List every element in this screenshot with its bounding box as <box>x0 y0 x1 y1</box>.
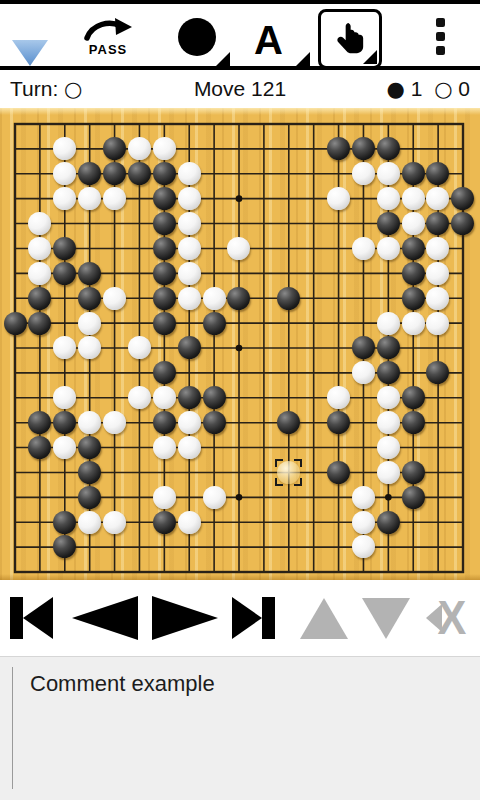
board-cell[interactable] <box>326 385 351 410</box>
board-cell[interactable] <box>450 186 475 211</box>
board-cell[interactable] <box>351 286 376 311</box>
board-cell[interactable] <box>127 360 152 385</box>
board-cell[interactable] <box>376 136 401 161</box>
board-cell[interactable] <box>401 311 426 336</box>
board-cell[interactable] <box>376 236 401 261</box>
board-cell[interactable] <box>251 435 276 460</box>
board-cell[interactable] <box>52 485 77 510</box>
board-cell[interactable] <box>202 112 227 137</box>
board-cell[interactable] <box>27 136 52 161</box>
board-cell[interactable] <box>152 534 177 559</box>
board-cell[interactable] <box>52 161 77 186</box>
board-cell[interactable] <box>425 211 450 236</box>
board-cell[interactable] <box>326 261 351 286</box>
board-cell[interactable] <box>127 236 152 261</box>
board-cell[interactable] <box>251 385 276 410</box>
board-cell[interactable] <box>102 136 127 161</box>
board-cell[interactable] <box>376 360 401 385</box>
board-cell[interactable] <box>376 261 401 286</box>
board-cell[interactable] <box>77 112 102 137</box>
board-cell[interactable] <box>102 510 127 535</box>
board-cell[interactable] <box>127 410 152 435</box>
go-board[interactable] <box>0 108 480 580</box>
board-cell[interactable] <box>450 460 475 485</box>
board-cell[interactable] <box>127 335 152 360</box>
board-cell[interactable] <box>425 485 450 510</box>
board-cell[interactable] <box>127 261 152 286</box>
board-cell[interactable] <box>177 435 202 460</box>
board-cell[interactable] <box>52 385 77 410</box>
board-cell[interactable] <box>27 186 52 211</box>
board-cell[interactable] <box>177 335 202 360</box>
board-cell[interactable] <box>152 186 177 211</box>
board-cell[interactable] <box>276 211 301 236</box>
board-cell[interactable] <box>177 534 202 559</box>
board-cell[interactable] <box>177 410 202 435</box>
board-cell[interactable] <box>27 485 52 510</box>
board-cell[interactable] <box>102 385 127 410</box>
board-cell[interactable] <box>376 286 401 311</box>
board-cell[interactable] <box>351 311 376 336</box>
board-cell[interactable] <box>301 485 326 510</box>
board-cell[interactable] <box>376 112 401 137</box>
board-cell[interactable] <box>202 286 227 311</box>
board-cell[interactable] <box>301 385 326 410</box>
board-cell[interactable] <box>401 534 426 559</box>
board-cell[interactable] <box>3 186 28 211</box>
board-cell[interactable] <box>52 410 77 435</box>
board-cell[interactable] <box>177 485 202 510</box>
board-cell[interactable] <box>301 211 326 236</box>
board-cell[interactable] <box>450 485 475 510</box>
board-cell[interactable] <box>102 360 127 385</box>
board-cell[interactable] <box>27 236 52 261</box>
board-cell[interactable] <box>226 534 251 559</box>
board-cell[interactable] <box>351 510 376 535</box>
board-cell[interactable] <box>226 435 251 460</box>
board-cell[interactable] <box>301 311 326 336</box>
board-cell[interactable] <box>251 534 276 559</box>
board-cell[interactable] <box>3 211 28 236</box>
comment-scrollbar[interactable] <box>12 667 13 789</box>
board-cell[interactable] <box>52 335 77 360</box>
board-cell[interactable] <box>251 286 276 311</box>
board-cell[interactable] <box>202 510 227 535</box>
board-cell[interactable] <box>276 410 301 435</box>
board-cell[interactable] <box>127 510 152 535</box>
board-cell[interactable] <box>326 485 351 510</box>
board-cell[interactable] <box>276 534 301 559</box>
board-cell[interactable] <box>251 186 276 211</box>
board-cell[interactable] <box>177 261 202 286</box>
board-cell[interactable] <box>102 460 127 485</box>
board-cell[interactable] <box>425 360 450 385</box>
board-cell[interactable] <box>202 211 227 236</box>
board-cell[interactable] <box>3 161 28 186</box>
board-cell[interactable] <box>52 311 77 336</box>
board-cell[interactable] <box>177 385 202 410</box>
board-cell[interactable] <box>27 112 52 137</box>
board-cell[interactable] <box>376 485 401 510</box>
board-cell[interactable] <box>3 460 28 485</box>
board-cell[interactable] <box>450 112 475 137</box>
board-cell[interactable] <box>3 410 28 435</box>
board-cell[interactable] <box>351 410 376 435</box>
board-cell[interactable] <box>77 335 102 360</box>
board-cell[interactable] <box>425 261 450 286</box>
board-cell[interactable] <box>152 435 177 460</box>
previous-move-button[interactable] <box>72 596 138 640</box>
board-cell[interactable] <box>450 360 475 385</box>
board-cell[interactable] <box>27 161 52 186</box>
board-cell[interactable] <box>177 360 202 385</box>
board-cell[interactable] <box>351 211 376 236</box>
board-cell[interactable] <box>351 485 376 510</box>
board-cell[interactable] <box>376 311 401 336</box>
board-cell[interactable] <box>251 136 276 161</box>
board-cell[interactable] <box>301 410 326 435</box>
board-cell[interactable] <box>450 385 475 410</box>
board-cell[interactable] <box>202 485 227 510</box>
play-tool-button-selected[interactable] <box>318 9 382 69</box>
board-cell[interactable] <box>376 335 401 360</box>
board-cell[interactable] <box>301 510 326 535</box>
board-cell[interactable] <box>27 435 52 460</box>
board-cell[interactable] <box>251 460 276 485</box>
board-cell[interactable] <box>276 286 301 311</box>
board-cell[interactable] <box>177 311 202 336</box>
board-cell[interactable] <box>425 335 450 360</box>
board-cell[interactable] <box>276 136 301 161</box>
board-cell[interactable] <box>251 510 276 535</box>
board-cell[interactable] <box>450 311 475 336</box>
board-cell[interactable] <box>152 211 177 236</box>
board-cell[interactable] <box>226 161 251 186</box>
board-cell[interactable] <box>226 186 251 211</box>
board-cell[interactable] <box>425 410 450 435</box>
board-cell[interactable] <box>251 360 276 385</box>
board-cell[interactable] <box>276 161 301 186</box>
board-cell[interactable] <box>3 534 28 559</box>
board-cell[interactable] <box>351 435 376 460</box>
board-cell[interactable] <box>276 460 301 485</box>
board-cell[interactable] <box>127 311 152 336</box>
board-cell[interactable] <box>102 186 127 211</box>
board-cell[interactable] <box>226 311 251 336</box>
board-cell[interactable] <box>3 435 28 460</box>
board-cell[interactable] <box>102 435 127 460</box>
comment-field[interactable]: Comment example <box>0 656 480 800</box>
board-cell[interactable] <box>326 311 351 336</box>
board-cell[interactable] <box>127 161 152 186</box>
board-cell[interactable] <box>152 460 177 485</box>
board-cell[interactable] <box>251 261 276 286</box>
board-cell[interactable] <box>401 510 426 535</box>
board-cell[interactable] <box>425 510 450 535</box>
board-cell[interactable] <box>401 236 426 261</box>
board-cell[interactable] <box>27 534 52 559</box>
board-cell[interactable] <box>152 161 177 186</box>
board-cell[interactable] <box>450 161 475 186</box>
board-cell[interactable] <box>301 186 326 211</box>
board-cell[interactable] <box>77 136 102 161</box>
board-cell[interactable] <box>276 385 301 410</box>
board-cell[interactable] <box>177 186 202 211</box>
board-cell[interactable] <box>3 261 28 286</box>
board-cell[interactable] <box>450 534 475 559</box>
board-cell[interactable] <box>376 460 401 485</box>
board-cell[interactable] <box>376 534 401 559</box>
board-cell[interactable] <box>351 112 376 137</box>
board-cell[interactable] <box>52 460 77 485</box>
board-cell[interactable] <box>3 112 28 137</box>
board-cell[interactable] <box>251 335 276 360</box>
board-cell[interactable] <box>77 485 102 510</box>
board-cell[interactable] <box>127 211 152 236</box>
board-cell[interactable] <box>177 161 202 186</box>
board-cell[interactable] <box>450 286 475 311</box>
board-cell[interactable] <box>425 112 450 137</box>
board-cell[interactable] <box>301 286 326 311</box>
board-cell[interactable] <box>77 410 102 435</box>
board-cell[interactable] <box>401 286 426 311</box>
board-cell[interactable] <box>276 510 301 535</box>
board-cell[interactable] <box>202 360 227 385</box>
board-cell[interactable] <box>27 410 52 435</box>
board-cell[interactable] <box>77 186 102 211</box>
board-cell[interactable] <box>77 510 102 535</box>
board-cell[interactable] <box>152 410 177 435</box>
board-cell[interactable] <box>52 261 77 286</box>
delete-move-button[interactable]: X <box>426 596 468 640</box>
last-move-button[interactable] <box>232 596 275 640</box>
board-cell[interactable] <box>425 236 450 261</box>
board-cell[interactable] <box>450 211 475 236</box>
board-cell[interactable] <box>152 112 177 137</box>
board-cell[interactable] <box>401 112 426 137</box>
board-cell[interactable] <box>425 385 450 410</box>
board-cell[interactable] <box>177 236 202 261</box>
board-cell[interactable] <box>276 186 301 211</box>
board-cell[interactable] <box>3 485 28 510</box>
board-cell[interactable] <box>226 510 251 535</box>
board-cell[interactable] <box>326 161 351 186</box>
label-tool-button[interactable]: A <box>250 10 312 68</box>
board-cell[interactable] <box>226 136 251 161</box>
board-cell[interactable] <box>326 211 351 236</box>
board-cell[interactable] <box>301 534 326 559</box>
board-cell[interactable] <box>276 435 301 460</box>
board-cell[interactable] <box>450 510 475 535</box>
board-cell[interactable] <box>177 211 202 236</box>
board-cell[interactable] <box>251 236 276 261</box>
board-cell[interactable] <box>251 161 276 186</box>
board-cell[interactable] <box>450 261 475 286</box>
board-cell[interactable] <box>27 360 52 385</box>
board-cell[interactable] <box>376 211 401 236</box>
board-cell[interactable] <box>276 112 301 137</box>
board-cell[interactable] <box>425 435 450 460</box>
board-cell[interactable] <box>376 410 401 435</box>
board-cell[interactable] <box>152 261 177 286</box>
board-cell[interactable] <box>3 360 28 385</box>
board-cell[interactable] <box>326 410 351 435</box>
board-cell[interactable] <box>301 335 326 360</box>
board-cell[interactable] <box>202 385 227 410</box>
board-cell[interactable] <box>27 460 52 485</box>
board-cell[interactable] <box>226 460 251 485</box>
board-cell[interactable] <box>301 460 326 485</box>
board-cell[interactable] <box>77 360 102 385</box>
board-cell[interactable] <box>251 410 276 435</box>
board-cell[interactable] <box>401 385 426 410</box>
board-cell[interactable] <box>226 410 251 435</box>
board-cell[interactable] <box>226 286 251 311</box>
board-cell[interactable] <box>177 136 202 161</box>
board-cell[interactable] <box>3 236 28 261</box>
board-cell[interactable] <box>276 485 301 510</box>
board-cell[interactable] <box>401 485 426 510</box>
board-cell[interactable] <box>102 485 127 510</box>
board-cell[interactable] <box>77 534 102 559</box>
board-cell[interactable] <box>102 311 127 336</box>
board-cell[interactable] <box>376 510 401 535</box>
board-cell[interactable] <box>3 286 28 311</box>
board-cell[interactable] <box>326 286 351 311</box>
board-cell[interactable] <box>450 335 475 360</box>
board-cell[interactable] <box>52 360 77 385</box>
board-cell[interactable] <box>326 136 351 161</box>
board-cell[interactable] <box>27 211 52 236</box>
board-cell[interactable] <box>202 410 227 435</box>
collapse-toolbar-icon[interactable] <box>12 40 48 66</box>
board-cell[interactable] <box>127 186 152 211</box>
board-cell[interactable] <box>276 236 301 261</box>
board-cell[interactable] <box>401 360 426 385</box>
board-cell[interactable] <box>152 385 177 410</box>
board-cell[interactable] <box>3 510 28 535</box>
board-cell[interactable] <box>351 236 376 261</box>
board-cell[interactable] <box>226 112 251 137</box>
board-cell[interactable] <box>27 261 52 286</box>
board-cell[interactable] <box>326 186 351 211</box>
board-cell[interactable] <box>202 460 227 485</box>
board-cell[interactable] <box>102 335 127 360</box>
board-cell[interactable] <box>251 112 276 137</box>
board-cell[interactable] <box>326 534 351 559</box>
board-cell[interactable] <box>102 236 127 261</box>
board-cell[interactable] <box>52 112 77 137</box>
board-cell[interactable] <box>202 311 227 336</box>
board-cell[interactable] <box>425 460 450 485</box>
board-cell[interactable] <box>351 186 376 211</box>
board-cell[interactable] <box>102 112 127 137</box>
board-cell[interactable] <box>326 335 351 360</box>
board-cell[interactable] <box>301 435 326 460</box>
board-cell[interactable] <box>450 236 475 261</box>
board-cell[interactable] <box>77 435 102 460</box>
board-cell[interactable] <box>276 335 301 360</box>
board-cell[interactable] <box>276 311 301 336</box>
board-cell[interactable] <box>152 136 177 161</box>
board-cell[interactable] <box>425 161 450 186</box>
board-cell[interactable] <box>52 510 77 535</box>
board-cell[interactable] <box>351 460 376 485</box>
board-cell[interactable] <box>401 136 426 161</box>
board-cell[interactable] <box>301 236 326 261</box>
board-cell[interactable] <box>276 360 301 385</box>
board-cell[interactable] <box>226 261 251 286</box>
board-cell[interactable] <box>127 435 152 460</box>
board-cell[interactable] <box>202 236 227 261</box>
board-cell[interactable] <box>177 286 202 311</box>
board-cell[interactable] <box>202 136 227 161</box>
board-cell[interactable] <box>301 112 326 137</box>
pass-button[interactable]: PASS <box>78 16 138 64</box>
board-cell[interactable] <box>77 236 102 261</box>
board-cell[interactable] <box>52 236 77 261</box>
variation-down-button[interactable] <box>362 596 410 640</box>
board-cell[interactable] <box>202 335 227 360</box>
board-cell[interactable] <box>301 261 326 286</box>
board-cell[interactable] <box>401 161 426 186</box>
board-cell[interactable] <box>152 311 177 336</box>
board-cell[interactable] <box>251 211 276 236</box>
board-cell[interactable] <box>226 385 251 410</box>
board-cell[interactable] <box>52 435 77 460</box>
board-cell[interactable] <box>152 510 177 535</box>
board-cell[interactable] <box>3 311 28 336</box>
board-cell[interactable] <box>52 136 77 161</box>
board-cell[interactable] <box>425 186 450 211</box>
board-cell[interactable] <box>52 286 77 311</box>
board-cell[interactable] <box>102 534 127 559</box>
board-cell[interactable] <box>27 311 52 336</box>
board-cell[interactable] <box>202 435 227 460</box>
board-cell[interactable] <box>301 360 326 385</box>
board-cell[interactable] <box>450 410 475 435</box>
board-cell[interactable] <box>102 286 127 311</box>
board-cell[interactable] <box>326 360 351 385</box>
board-cell[interactable] <box>376 161 401 186</box>
board-cell[interactable] <box>401 435 426 460</box>
variation-up-button[interactable] <box>300 596 348 640</box>
board-cell[interactable] <box>351 161 376 186</box>
board-cell[interactable] <box>202 161 227 186</box>
board-cell[interactable] <box>52 211 77 236</box>
board-cell[interactable] <box>425 311 450 336</box>
board-cell[interactable] <box>326 510 351 535</box>
board-cell[interactable] <box>3 335 28 360</box>
board-cell[interactable] <box>401 211 426 236</box>
board-cell[interactable] <box>77 211 102 236</box>
board-cell[interactable] <box>425 286 450 311</box>
board-cell[interactable] <box>276 261 301 286</box>
board-cell[interactable] <box>102 161 127 186</box>
board-cell[interactable] <box>401 186 426 211</box>
board-cell[interactable] <box>152 335 177 360</box>
board-cell[interactable] <box>27 286 52 311</box>
board-cell[interactable] <box>77 161 102 186</box>
board-cell[interactable] <box>450 435 475 460</box>
board-cell[interactable] <box>152 360 177 385</box>
board-cell[interactable] <box>127 112 152 137</box>
board-cell[interactable] <box>152 286 177 311</box>
board-cell[interactable] <box>425 136 450 161</box>
board-cell[interactable] <box>52 186 77 211</box>
board-cell[interactable] <box>202 186 227 211</box>
board-cell[interactable] <box>326 112 351 137</box>
